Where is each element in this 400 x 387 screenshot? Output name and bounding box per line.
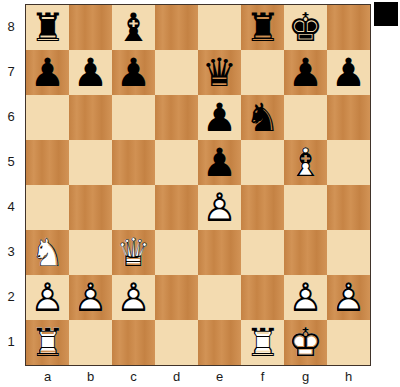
- square-f6[interactable]: ♞: [241, 95, 284, 140]
- piece-glyph-outline: ♖: [26, 320, 69, 365]
- black-king[interactable]: ♚: [284, 5, 327, 50]
- square-c1[interactable]: [112, 320, 155, 365]
- square-c4[interactable]: [112, 185, 155, 230]
- square-f1[interactable]: ♜♖: [241, 320, 284, 365]
- square-b6[interactable]: [69, 95, 112, 140]
- black-pawn[interactable]: ♟: [327, 50, 370, 95]
- square-d8[interactable]: [155, 5, 198, 50]
- black-pawn[interactable]: ♟: [112, 50, 155, 95]
- square-c5[interactable]: [112, 140, 155, 185]
- square-d4[interactable]: [155, 185, 198, 230]
- white-bishop[interactable]: ♝♗: [284, 140, 327, 185]
- white-pawn[interactable]: ♟♙: [327, 275, 370, 320]
- piece-glyph-outline: ♗: [284, 140, 327, 185]
- piece-glyph: ♟: [69, 50, 112, 95]
- square-g3[interactable]: [284, 230, 327, 275]
- piece-glyph-fill: ♟: [26, 275, 69, 320]
- piece-glyph: ♟: [198, 95, 241, 140]
- square-a2[interactable]: ♟♙: [26, 275, 69, 320]
- rank-label-7: 7: [0, 49, 22, 94]
- piece-glyph: ♟: [284, 50, 327, 95]
- square-h7[interactable]: ♟: [327, 50, 370, 95]
- file-label-b: b: [69, 366, 112, 386]
- square-b5[interactable]: [69, 140, 112, 185]
- black-bishop[interactable]: ♝: [112, 5, 155, 50]
- square-e6[interactable]: ♟: [198, 95, 241, 140]
- piece-glyph: ♜: [241, 5, 284, 50]
- piece-glyph-fill: ♚: [284, 320, 327, 365]
- file-labels: abcdefgh: [26, 366, 370, 386]
- white-king[interactable]: ♚♔: [284, 320, 327, 365]
- square-g2[interactable]: ♟♙: [284, 275, 327, 320]
- square-b1[interactable]: [69, 320, 112, 365]
- piece-glyph: ♝: [112, 5, 155, 50]
- black-pawn[interactable]: ♟: [198, 140, 241, 185]
- square-a4[interactable]: [26, 185, 69, 230]
- black-pawn[interactable]: ♟: [198, 95, 241, 140]
- square-f3[interactable]: [241, 230, 284, 275]
- piece-glyph-outline: ♙: [112, 275, 155, 320]
- piece-glyph: ♚: [284, 5, 327, 50]
- piece-glyph-outline: ♖: [241, 320, 284, 365]
- black-pawn[interactable]: ♟: [26, 50, 69, 95]
- file-label-h: h: [327, 366, 370, 386]
- piece-glyph-fill: ♜: [26, 320, 69, 365]
- white-queen[interactable]: ♛♕: [112, 230, 155, 275]
- piece-glyph-outline: ♙: [327, 275, 370, 320]
- square-e8[interactable]: [198, 5, 241, 50]
- black-rook[interactable]: ♜: [26, 5, 69, 50]
- square-f2[interactable]: [241, 275, 284, 320]
- square-a6[interactable]: [26, 95, 69, 140]
- file-label-f: f: [241, 366, 284, 386]
- square-e7[interactable]: ♛: [198, 50, 241, 95]
- piece-glyph: ♛: [198, 50, 241, 95]
- white-pawn[interactable]: ♟♙: [198, 185, 241, 230]
- black-to-move-indicator: [374, 2, 398, 26]
- square-d5[interactable]: [155, 140, 198, 185]
- piece-glyph-outline: ♕: [112, 230, 155, 275]
- white-pawn[interactable]: ♟♙: [284, 275, 327, 320]
- rank-labels: 87654321: [0, 4, 22, 364]
- white-pawn[interactable]: ♟♙: [69, 275, 112, 320]
- square-d7[interactable]: [155, 50, 198, 95]
- square-g5[interactable]: ♝♗: [284, 140, 327, 185]
- white-pawn[interactable]: ♟♙: [112, 275, 155, 320]
- file-label-e: e: [198, 366, 241, 386]
- square-d3[interactable]: [155, 230, 198, 275]
- chess-board[interactable]: ♜♝♜♚♟♟♟♛♟♟♟♞♟♝♗♟♙♞♘♛♕♟♙♟♙♟♙♟♙♟♙♜♖♜♖♚♔: [25, 4, 371, 366]
- square-a3[interactable]: ♞♘: [26, 230, 69, 275]
- piece-glyph-outline: ♙: [26, 275, 69, 320]
- black-pawn[interactable]: ♟: [284, 50, 327, 95]
- square-h1[interactable]: [327, 320, 370, 365]
- black-knight[interactable]: ♞: [241, 95, 284, 140]
- square-f4[interactable]: [241, 185, 284, 230]
- square-h5[interactable]: [327, 140, 370, 185]
- piece-glyph-outline: ♔: [284, 320, 327, 365]
- piece-glyph-outline: ♙: [69, 275, 112, 320]
- square-e5[interactable]: ♟: [198, 140, 241, 185]
- piece-glyph-fill: ♝: [284, 140, 327, 185]
- square-e1[interactable]: [198, 320, 241, 365]
- rank-label-3: 3: [0, 229, 22, 274]
- square-e4[interactable]: ♟♙: [198, 185, 241, 230]
- square-a7[interactable]: ♟: [26, 50, 69, 95]
- square-g6[interactable]: [284, 95, 327, 140]
- black-queen[interactable]: ♛: [198, 50, 241, 95]
- square-g8[interactable]: ♚: [284, 5, 327, 50]
- rank-label-2: 2: [0, 274, 22, 319]
- square-a1[interactable]: ♜♖: [26, 320, 69, 365]
- white-knight[interactable]: ♞♘: [26, 230, 69, 275]
- piece-glyph: ♟: [26, 50, 69, 95]
- piece-glyph-fill: ♟: [327, 275, 370, 320]
- square-f7[interactable]: [241, 50, 284, 95]
- square-h3[interactable]: [327, 230, 370, 275]
- white-rook[interactable]: ♜♖: [241, 320, 284, 365]
- square-f8[interactable]: ♜: [241, 5, 284, 50]
- square-b2[interactable]: ♟♙: [69, 275, 112, 320]
- square-h6[interactable]: [327, 95, 370, 140]
- piece-glyph: ♜: [26, 5, 69, 50]
- square-c7[interactable]: ♟: [112, 50, 155, 95]
- rank-label-1: 1: [0, 319, 22, 364]
- rank-label-8: 8: [0, 4, 22, 49]
- file-label-d: d: [155, 366, 198, 386]
- square-b4[interactable]: [69, 185, 112, 230]
- square-d6[interactable]: [155, 95, 198, 140]
- square-g7[interactable]: ♟: [284, 50, 327, 95]
- piece-glyph: ♟: [112, 50, 155, 95]
- piece-glyph-outline: ♙: [284, 275, 327, 320]
- square-d1[interactable]: [155, 320, 198, 365]
- piece-glyph-fill: ♟: [112, 275, 155, 320]
- square-a5[interactable]: [26, 140, 69, 185]
- square-b7[interactable]: ♟: [69, 50, 112, 95]
- square-c8[interactable]: ♝: [112, 5, 155, 50]
- square-g1[interactable]: ♚♔: [284, 320, 327, 365]
- square-b8[interactable]: [69, 5, 112, 50]
- file-label-a: a: [26, 366, 69, 386]
- square-f5[interactable]: [241, 140, 284, 185]
- piece-glyph-fill: ♞: [26, 230, 69, 275]
- piece-glyph: ♞: [241, 95, 284, 140]
- piece-glyph-fill: ♛: [112, 230, 155, 275]
- piece-glyph-fill: ♟: [198, 185, 241, 230]
- square-c3[interactable]: ♛♕: [112, 230, 155, 275]
- file-label-c: c: [112, 366, 155, 386]
- square-c2[interactable]: ♟♙: [112, 275, 155, 320]
- rank-label-6: 6: [0, 94, 22, 139]
- square-h4[interactable]: [327, 185, 370, 230]
- square-a8[interactable]: ♜: [26, 5, 69, 50]
- piece-glyph-outline: ♙: [198, 185, 241, 230]
- square-h8[interactable]: [327, 5, 370, 50]
- piece-glyph: ♟: [198, 140, 241, 185]
- white-pawn[interactable]: ♟♙: [26, 275, 69, 320]
- square-d2[interactable]: [155, 275, 198, 320]
- piece-glyph-fill: ♟: [284, 275, 327, 320]
- square-e2[interactable]: [198, 275, 241, 320]
- black-pawn[interactable]: ♟: [69, 50, 112, 95]
- white-rook[interactable]: ♜♖: [26, 320, 69, 365]
- square-g4[interactable]: [284, 185, 327, 230]
- piece-glyph-outline: ♘: [26, 230, 69, 275]
- square-e3[interactable]: [198, 230, 241, 275]
- rank-label-5: 5: [0, 139, 22, 184]
- piece-glyph-fill: ♜: [241, 320, 284, 365]
- chess-app: 87654321 ♜♝♜♚♟♟♟♛♟♟♟♞♟♝♗♟♙♞♘♛♕♟♙♟♙♟♙♟♙♟♙…: [0, 0, 400, 387]
- square-b3[interactable]: [69, 230, 112, 275]
- square-h2[interactable]: ♟♙: [327, 275, 370, 320]
- square-c6[interactable]: [112, 95, 155, 140]
- piece-glyph-fill: ♟: [69, 275, 112, 320]
- piece-glyph: ♟: [327, 50, 370, 95]
- rank-label-4: 4: [0, 184, 22, 229]
- black-rook[interactable]: ♜: [241, 5, 284, 50]
- file-label-g: g: [284, 366, 327, 386]
